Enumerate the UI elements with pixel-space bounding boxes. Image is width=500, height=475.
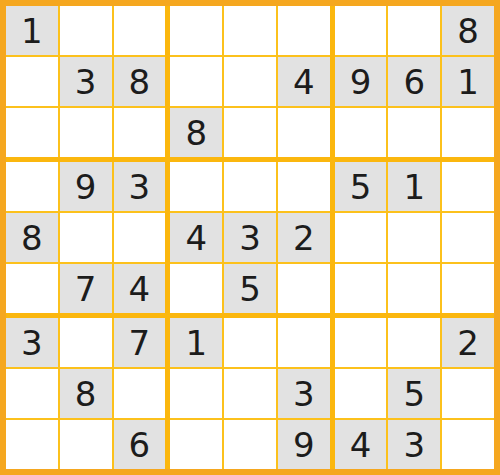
box-r1c2: 48 — [170, 6, 329, 157]
cell-r1c1[interactable]: 1 — [6, 6, 58, 55]
cell-r7c1[interactable]: 3 — [6, 318, 58, 367]
cell-r9c1[interactable] — [6, 420, 58, 469]
cell-r2c8[interactable]: 6 — [388, 57, 440, 106]
box-r1c1: 138 — [6, 6, 165, 157]
cell-r5c9[interactable] — [442, 213, 494, 262]
box-r2c2: 4325 — [170, 162, 329, 313]
cell-r8c1[interactable] — [6, 369, 58, 418]
cell-r5c7[interactable] — [335, 213, 387, 262]
cell-r9c9[interactable] — [442, 420, 494, 469]
cell-r4c2[interactable]: 9 — [60, 162, 112, 211]
cell-r9c8[interactable]: 3 — [388, 420, 440, 469]
cell-r1c6[interactable] — [278, 6, 330, 55]
cell-r8c8[interactable]: 5 — [388, 369, 440, 418]
cell-r6c3[interactable]: 4 — [114, 264, 166, 313]
box-r2c3: 51 — [335, 162, 494, 313]
cell-r2c4[interactable] — [170, 57, 222, 106]
cell-r4c8[interactable]: 1 — [388, 162, 440, 211]
cell-r6c1[interactable] — [6, 264, 58, 313]
cell-r2c2[interactable]: 3 — [60, 57, 112, 106]
cell-r1c4[interactable] — [170, 6, 222, 55]
cell-r3c5[interactable] — [224, 108, 276, 157]
cell-r2c9[interactable]: 1 — [442, 57, 494, 106]
cell-r7c5[interactable] — [224, 318, 276, 367]
box-r3c3: 2543 — [335, 318, 494, 469]
cell-r4c1[interactable] — [6, 162, 58, 211]
cell-r3c4[interactable]: 8 — [170, 108, 222, 157]
cell-r9c3[interactable]: 6 — [114, 420, 166, 469]
cell-r2c5[interactable] — [224, 57, 276, 106]
cell-r3c8[interactable] — [388, 108, 440, 157]
cell-r8c4[interactable] — [170, 369, 222, 418]
cell-r1c2[interactable] — [60, 6, 112, 55]
box-r1c3: 8961 — [335, 6, 494, 157]
box-r2c1: 93874 — [6, 162, 165, 313]
cell-r7c3[interactable]: 7 — [114, 318, 166, 367]
cell-r1c7[interactable] — [335, 6, 387, 55]
cell-r5c3[interactable] — [114, 213, 166, 262]
cell-r3c7[interactable] — [335, 108, 387, 157]
cell-r3c3[interactable] — [114, 108, 166, 157]
cell-r7c2[interactable] — [60, 318, 112, 367]
cell-r6c4[interactable] — [170, 264, 222, 313]
cell-r5c4[interactable]: 4 — [170, 213, 222, 262]
cell-r6c2[interactable]: 7 — [60, 264, 112, 313]
cell-r1c5[interactable] — [224, 6, 276, 55]
cell-r7c8[interactable] — [388, 318, 440, 367]
cell-r6c8[interactable] — [388, 264, 440, 313]
cell-r7c6[interactable] — [278, 318, 330, 367]
cell-r6c9[interactable] — [442, 264, 494, 313]
cell-r4c4[interactable] — [170, 162, 222, 211]
cell-r4c5[interactable] — [224, 162, 276, 211]
box-r3c1: 3786 — [6, 318, 165, 469]
cell-r5c1[interactable]: 8 — [6, 213, 58, 262]
cell-r6c6[interactable] — [278, 264, 330, 313]
cell-r9c5[interactable] — [224, 420, 276, 469]
cell-r3c1[interactable] — [6, 108, 58, 157]
cell-r5c6[interactable]: 2 — [278, 213, 330, 262]
cell-r5c5[interactable]: 3 — [224, 213, 276, 262]
cell-r2c7[interactable]: 9 — [335, 57, 387, 106]
cell-r4c6[interactable] — [278, 162, 330, 211]
cell-r9c4[interactable] — [170, 420, 222, 469]
cell-r9c2[interactable] — [60, 420, 112, 469]
cell-r4c9[interactable] — [442, 162, 494, 211]
sudoku-board: 1384889619387443255137861392543 — [0, 0, 500, 475]
cell-r7c9[interactable]: 2 — [442, 318, 494, 367]
cell-r8c9[interactable] — [442, 369, 494, 418]
cell-r9c7[interactable]: 4 — [335, 420, 387, 469]
cell-r6c7[interactable] — [335, 264, 387, 313]
cell-r8c2[interactable]: 8 — [60, 369, 112, 418]
cell-r1c8[interactable] — [388, 6, 440, 55]
cell-r1c9[interactable]: 8 — [442, 6, 494, 55]
cell-r8c6[interactable]: 3 — [278, 369, 330, 418]
cell-r3c6[interactable] — [278, 108, 330, 157]
cell-r9c6[interactable]: 9 — [278, 420, 330, 469]
cell-r2c6[interactable]: 4 — [278, 57, 330, 106]
cell-r6c5[interactable]: 5 — [224, 264, 276, 313]
cell-r8c3[interactable] — [114, 369, 166, 418]
cell-r5c8[interactable] — [388, 213, 440, 262]
box-r3c2: 139 — [170, 318, 329, 469]
cell-r8c5[interactable] — [224, 369, 276, 418]
cell-r2c3[interactable]: 8 — [114, 57, 166, 106]
cell-r4c7[interactable]: 5 — [335, 162, 387, 211]
cell-r8c7[interactable] — [335, 369, 387, 418]
cell-r7c4[interactable]: 1 — [170, 318, 222, 367]
cell-r3c2[interactable] — [60, 108, 112, 157]
cell-r1c3[interactable] — [114, 6, 166, 55]
cell-r3c9[interactable] — [442, 108, 494, 157]
cell-r4c3[interactable]: 3 — [114, 162, 166, 211]
cell-r5c2[interactable] — [60, 213, 112, 262]
cell-r2c1[interactable] — [6, 57, 58, 106]
cell-r7c7[interactable] — [335, 318, 387, 367]
